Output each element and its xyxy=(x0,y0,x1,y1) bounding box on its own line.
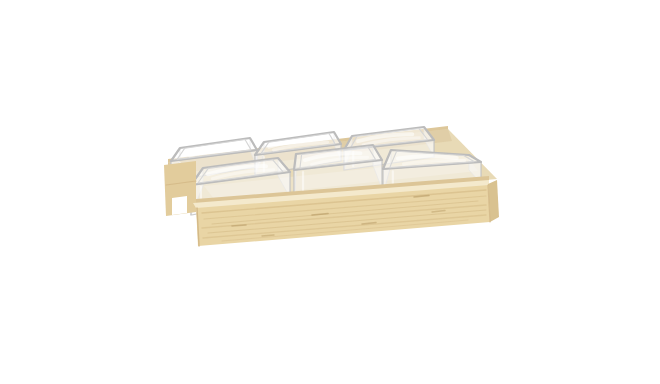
wood-grain-knot xyxy=(232,225,246,226)
product-image-bamboo-tray-glass-bowls xyxy=(0,0,660,384)
wood-grain-knot xyxy=(262,235,274,236)
product-photo xyxy=(0,0,660,384)
glass-highlight xyxy=(398,156,457,158)
tray-left-foot-notch xyxy=(172,196,187,215)
